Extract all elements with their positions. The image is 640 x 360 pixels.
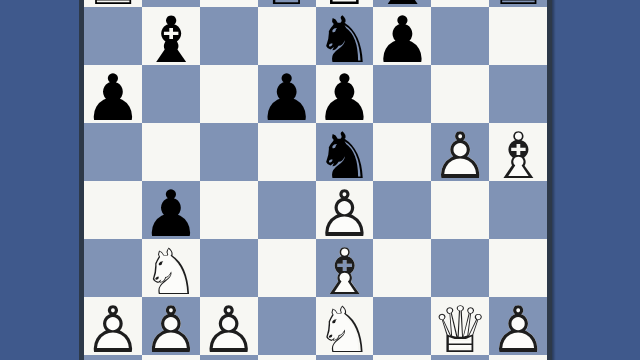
piece-black-pawn[interactable]: ♟: [142, 181, 200, 239]
square-b7[interactable]: ♝: [142, 7, 200, 65]
square-e7[interactable]: ♞: [316, 7, 374, 65]
square-b4[interactable]: ♟: [142, 181, 200, 239]
piece-black-pawn[interactable]: ♟: [316, 65, 374, 123]
square-f2[interactable]: [373, 297, 431, 355]
square-d6[interactable]: ♟: [258, 65, 316, 123]
square-b3[interactable]: ♞♘: [142, 239, 200, 297]
square-f5[interactable]: [373, 123, 431, 181]
square-g7[interactable]: [431, 7, 489, 65]
piece-black-rook[interactable]: ♜: [489, 0, 547, 7]
square-d8[interactable]: ♛: [258, 0, 316, 7]
square-d5[interactable]: [258, 123, 316, 181]
knight-glyph-outline: ♘: [316, 301, 374, 359]
square-c4[interactable]: [200, 181, 258, 239]
square-g4[interactable]: [431, 181, 489, 239]
square-b2[interactable]: ♟♙: [142, 297, 200, 355]
square-h7[interactable]: [489, 7, 547, 65]
piece-white-pawn[interactable]: ♟♙: [489, 297, 547, 355]
square-a5[interactable]: [84, 123, 142, 181]
square-f6[interactable]: [373, 65, 431, 123]
pawn-glyph-fill: ♟: [84, 69, 142, 127]
square-f1[interactable]: [373, 355, 431, 360]
piece-black-queen[interactable]: ♛: [258, 0, 316, 7]
chess-board-frame: ♜♛♚♝♜♝♞♟♟♟♟♞♟♙♝♗♟♟♙♞♘♝♗♟♙♟♙♟♙♞♘♛♕♟♙: [79, 0, 552, 360]
bishop-glyph-outline: ♗: [489, 127, 547, 185]
square-h2[interactable]: ♟♙: [489, 297, 547, 355]
pawn-glyph-outline: ♙: [489, 301, 547, 359]
square-g1[interactable]: [431, 355, 489, 360]
piece-white-bishop[interactable]: ♝♗: [316, 239, 374, 297]
square-b6[interactable]: [142, 65, 200, 123]
square-a8[interactable]: ♜: [84, 0, 142, 7]
square-e1[interactable]: [316, 355, 374, 360]
piece-black-pawn[interactable]: ♟: [373, 7, 431, 65]
square-e4[interactable]: ♟♙: [316, 181, 374, 239]
square-e3[interactable]: ♝♗: [316, 239, 374, 297]
square-c2[interactable]: ♟♙: [200, 297, 258, 355]
square-e5[interactable]: ♞: [316, 123, 374, 181]
square-e2[interactable]: ♞♘: [316, 297, 374, 355]
page: ♜♛♚♝♜♝♞♟♟♟♟♞♟♙♝♗♟♟♙♞♘♝♗♟♙♟♙♟♙♞♘♛♕♟♙: [0, 0, 640, 360]
piece-white-pawn[interactable]: ♟♙: [84, 297, 142, 355]
square-g2[interactable]: ♛♕: [431, 297, 489, 355]
square-d2[interactable]: [258, 297, 316, 355]
square-g6[interactable]: [431, 65, 489, 123]
queen-glyph-outline: ♕: [431, 301, 489, 359]
square-g3[interactable]: [431, 239, 489, 297]
piece-black-knight[interactable]: ♞: [316, 7, 374, 65]
square-f4[interactable]: [373, 181, 431, 239]
chess-board: ♜♛♚♝♜♝♞♟♟♟♟♞♟♙♝♗♟♟♙♞♘♝♗♟♙♟♙♟♙♞♘♛♕♟♙: [84, 0, 547, 360]
square-a2[interactable]: ♟♙: [84, 297, 142, 355]
square-h6[interactable]: [489, 65, 547, 123]
pawn-glyph-outline: ♙: [431, 127, 489, 185]
square-e6[interactable]: ♟: [316, 65, 374, 123]
square-c1[interactable]: [200, 355, 258, 360]
piece-black-bishop[interactable]: ♝: [142, 7, 200, 65]
square-h5[interactable]: ♝♗: [489, 123, 547, 181]
piece-white-bishop[interactable]: ♝♗: [489, 123, 547, 181]
piece-white-queen[interactable]: ♛♕: [431, 297, 489, 355]
square-d7[interactable]: [258, 7, 316, 65]
square-d1[interactable]: [258, 355, 316, 360]
piece-white-knight[interactable]: ♞♘: [142, 239, 200, 297]
piece-white-pawn[interactable]: ♟♙: [200, 297, 258, 355]
square-h4[interactable]: [489, 181, 547, 239]
square-a3[interactable]: [84, 239, 142, 297]
square-f7[interactable]: ♟: [373, 7, 431, 65]
square-h1[interactable]: [489, 355, 547, 360]
square-c6[interactable]: [200, 65, 258, 123]
square-c5[interactable]: [200, 123, 258, 181]
square-g5[interactable]: ♟♙: [431, 123, 489, 181]
square-f3[interactable]: [373, 239, 431, 297]
square-c8[interactable]: [200, 0, 258, 7]
square-h8[interactable]: ♜: [489, 0, 547, 7]
piece-black-pawn[interactable]: ♟: [84, 65, 142, 123]
square-a7[interactable]: [84, 7, 142, 65]
pawn-glyph-fill: ♟: [373, 11, 431, 69]
square-g8[interactable]: [431, 0, 489, 7]
square-c3[interactable]: [200, 239, 258, 297]
square-h3[interactable]: [489, 239, 547, 297]
piece-black-knight[interactable]: ♞: [316, 123, 374, 181]
piece-white-knight[interactable]: ♞♘: [316, 297, 374, 355]
square-d3[interactable]: [258, 239, 316, 297]
pawn-glyph-fill: ♟: [258, 69, 316, 127]
bishop-glyph-fill: ♝: [142, 11, 200, 69]
square-a1[interactable]: [84, 355, 142, 360]
square-c7[interactable]: [200, 7, 258, 65]
piece-black-rook[interactable]: ♜: [84, 0, 142, 7]
piece-white-pawn[interactable]: ♟♙: [431, 123, 489, 181]
square-d4[interactable]: [258, 181, 316, 239]
square-a4[interactable]: [84, 181, 142, 239]
pawn-glyph-outline: ♙: [200, 301, 258, 359]
piece-white-pawn[interactable]: ♟♙: [316, 181, 374, 239]
square-a6[interactable]: ♟: [84, 65, 142, 123]
square-b1[interactable]: [142, 355, 200, 360]
square-b5[interactable]: [142, 123, 200, 181]
pawn-glyph-outline: ♙: [142, 301, 200, 359]
piece-black-pawn[interactable]: ♟: [258, 65, 316, 123]
piece-white-pawn[interactable]: ♟♙: [142, 297, 200, 355]
pawn-glyph-outline: ♙: [84, 301, 142, 359]
